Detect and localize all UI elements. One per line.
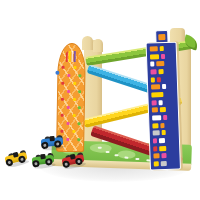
wheel-hub — [8, 161, 12, 165]
green-car — [31, 150, 57, 169]
cars-layer — [0, 0, 200, 200]
car-seat — [40, 154, 46, 160]
yellow-car — [3, 147, 30, 168]
wheel-hub — [43, 144, 46, 147]
red-car — [61, 150, 88, 171]
wheel-hub — [56, 142, 59, 145]
blue-car — [40, 133, 66, 151]
wheel-hub — [64, 162, 68, 166]
toy-scene — [0, 0, 200, 200]
wheel-hub — [20, 158, 24, 162]
car-seat — [49, 136, 54, 141]
wheel-hub — [47, 160, 50, 163]
wheel-hub — [34, 162, 37, 165]
wheel-hub — [77, 160, 81, 164]
